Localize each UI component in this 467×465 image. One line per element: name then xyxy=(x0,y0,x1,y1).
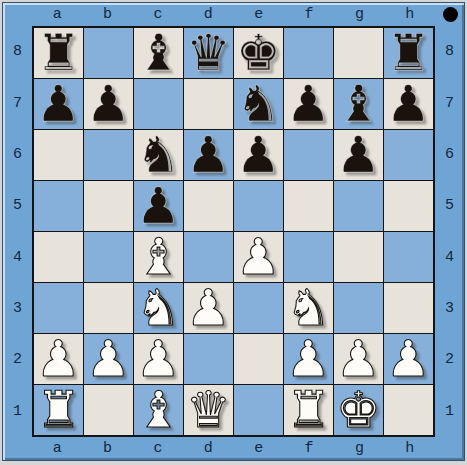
file-label-g: g xyxy=(334,3,384,26)
file-label-g: g xyxy=(334,437,384,460)
rank-labels-left: 87654321 xyxy=(3,26,32,437)
rank-label-1: 1 xyxy=(435,386,464,437)
black-pawn-d6[interactable]: ♟ xyxy=(186,130,231,180)
chess-board: ♜♝♛♚♜♟♟♞♟♝♟♞♟♟♟♟♝♟♞♟♞♟♟♟♟♟♟♜♝♛♜♚ xyxy=(32,26,435,437)
white-knight-f3[interactable]: ♞ xyxy=(286,283,331,333)
white-pawn-d3[interactable]: ♟ xyxy=(186,283,231,333)
black-bishop-g7[interactable]: ♝ xyxy=(336,79,381,129)
rank-labels-right: 87654321 xyxy=(435,26,464,437)
white-king-g1[interactable]: ♚ xyxy=(336,385,381,435)
rank-label-5: 5 xyxy=(435,180,464,231)
top-left-corner xyxy=(3,3,32,26)
square-b3[interactable] xyxy=(84,283,133,333)
white-knight-c3[interactable]: ♞ xyxy=(136,283,181,333)
square-b7[interactable]: ♟ xyxy=(84,79,133,129)
black-pawn-g6[interactable]: ♟ xyxy=(336,130,381,180)
square-d8[interactable]: ♛ xyxy=(184,28,233,78)
square-h6[interactable] xyxy=(384,130,433,180)
white-pawn-a2[interactable]: ♟ xyxy=(36,334,81,384)
rank-label-3: 3 xyxy=(435,283,464,334)
file-label-f: f xyxy=(284,437,334,460)
square-h5[interactable] xyxy=(384,181,433,231)
file-label-b: b xyxy=(82,3,132,26)
white-pawn-e4[interactable]: ♟ xyxy=(236,232,281,282)
square-h2[interactable]: ♟ xyxy=(384,334,433,384)
rank-label-8: 8 xyxy=(435,26,464,77)
file-label-e: e xyxy=(234,437,284,460)
square-e7[interactable]: ♞ xyxy=(234,79,283,129)
white-rook-a1[interactable]: ♜ xyxy=(36,385,81,435)
square-b1[interactable] xyxy=(84,385,133,435)
square-c3[interactable]: ♞ xyxy=(134,283,183,333)
black-pawn-h7[interactable]: ♟ xyxy=(386,79,431,129)
top-right-corner xyxy=(435,3,464,26)
black-to-move-indicator-dot xyxy=(443,7,458,22)
black-pawn-e6[interactable]: ♟ xyxy=(236,130,281,180)
square-f4[interactable] xyxy=(284,232,333,282)
black-pawn-c5[interactable]: ♟ xyxy=(136,181,181,231)
file-label-b: b xyxy=(82,437,132,460)
square-e2[interactable] xyxy=(234,334,283,384)
square-b5[interactable] xyxy=(84,181,133,231)
square-a3[interactable] xyxy=(34,283,83,333)
file-labels-top: abcdefgh xyxy=(32,3,435,26)
file-label-c: c xyxy=(133,437,183,460)
rank-label-4: 4 xyxy=(3,232,32,283)
black-knight-e7[interactable]: ♞ xyxy=(236,79,281,129)
black-pawn-f7[interactable]: ♟ xyxy=(286,79,331,129)
square-a6[interactable] xyxy=(34,130,83,180)
square-c8[interactable]: ♝ xyxy=(134,28,183,78)
file-label-h: h xyxy=(385,437,435,460)
square-b4[interactable] xyxy=(84,232,133,282)
square-d2[interactable] xyxy=(184,334,233,384)
white-pawn-b2[interactable]: ♟ xyxy=(86,334,131,384)
black-rook-a8[interactable]: ♜ xyxy=(36,28,81,78)
bottom-right-corner xyxy=(435,437,464,460)
rank-label-8: 8 xyxy=(3,26,32,77)
black-king-e8[interactable]: ♚ xyxy=(236,28,281,78)
rank-label-6: 6 xyxy=(435,129,464,180)
white-bishop-c1[interactable]: ♝ xyxy=(136,385,181,435)
black-rook-h8[interactable]: ♜ xyxy=(386,28,431,78)
file-label-h: h xyxy=(385,3,435,26)
file-label-a: a xyxy=(32,3,82,26)
file-labels-bottom: abcdefgh xyxy=(32,437,435,460)
square-e1[interactable] xyxy=(234,385,283,435)
square-b8[interactable] xyxy=(84,28,133,78)
square-a1[interactable]: ♜ xyxy=(34,385,83,435)
file-label-d: d xyxy=(183,437,233,460)
square-f7[interactable]: ♟ xyxy=(284,79,333,129)
square-a7[interactable]: ♟ xyxy=(34,79,83,129)
square-f8[interactable] xyxy=(284,28,333,78)
rank-label-7: 7 xyxy=(3,77,32,128)
white-pawn-g2[interactable]: ♟ xyxy=(336,334,381,384)
black-bishop-c8[interactable]: ♝ xyxy=(136,28,181,78)
white-pawn-f2[interactable]: ♟ xyxy=(286,334,331,384)
rank-label-1: 1 xyxy=(3,386,32,437)
file-label-a: a xyxy=(32,437,82,460)
white-rook-f1[interactable]: ♜ xyxy=(286,385,331,435)
square-e6[interactable]: ♟ xyxy=(234,130,283,180)
file-label-c: c xyxy=(133,3,183,26)
square-g2[interactable]: ♟ xyxy=(334,334,383,384)
square-f3[interactable]: ♞ xyxy=(284,283,333,333)
square-a8[interactable]: ♜ xyxy=(34,28,83,78)
file-label-f: f xyxy=(284,3,334,26)
square-f1[interactable]: ♜ xyxy=(284,385,333,435)
rank-label-7: 7 xyxy=(435,77,464,128)
square-e3[interactable] xyxy=(234,283,283,333)
file-label-e: e xyxy=(234,3,284,26)
square-f6[interactable] xyxy=(284,130,333,180)
square-h1[interactable] xyxy=(384,385,433,435)
black-knight-c6[interactable]: ♞ xyxy=(136,130,181,180)
square-g5[interactable] xyxy=(334,181,383,231)
bottom-left-corner xyxy=(3,437,32,460)
square-h3[interactable] xyxy=(384,283,433,333)
square-h7[interactable]: ♟ xyxy=(384,79,433,129)
square-h4[interactable] xyxy=(384,232,433,282)
square-d5[interactable] xyxy=(184,181,233,231)
rank-label-4: 4 xyxy=(435,232,464,283)
square-c6[interactable]: ♞ xyxy=(134,130,183,180)
square-g6[interactable]: ♟ xyxy=(334,130,383,180)
square-b2[interactable]: ♟ xyxy=(84,334,133,384)
square-a2[interactable]: ♟ xyxy=(34,334,83,384)
square-g4[interactable] xyxy=(334,232,383,282)
white-bishop-c4[interactable]: ♝ xyxy=(136,232,181,282)
square-h8[interactable]: ♜ xyxy=(384,28,433,78)
white-pawn-c2[interactable]: ♟ xyxy=(136,334,181,384)
rank-label-3: 3 xyxy=(3,283,32,334)
square-f2[interactable]: ♟ xyxy=(284,334,333,384)
square-g7[interactable]: ♝ xyxy=(334,79,383,129)
top-coordinate-band: abcdefgh xyxy=(3,3,464,26)
square-d6[interactable]: ♟ xyxy=(184,130,233,180)
square-e8[interactable]: ♚ xyxy=(234,28,283,78)
rank-label-2: 2 xyxy=(435,334,464,385)
square-c1[interactable]: ♝ xyxy=(134,385,183,435)
rank-label-2: 2 xyxy=(3,334,32,385)
square-d3[interactable]: ♟ xyxy=(184,283,233,333)
square-g3[interactable] xyxy=(334,283,383,333)
rank-label-5: 5 xyxy=(3,180,32,231)
square-b6[interactable] xyxy=(84,130,133,180)
square-d4[interactable] xyxy=(184,232,233,282)
bottom-coordinate-band: abcdefgh xyxy=(3,437,464,460)
square-a4[interactable] xyxy=(34,232,83,282)
file-label-d: d xyxy=(183,3,233,26)
square-d7[interactable] xyxy=(184,79,233,129)
square-g8[interactable] xyxy=(334,28,383,78)
square-c5[interactable]: ♟ xyxy=(134,181,183,231)
square-e5[interactable] xyxy=(234,181,283,231)
black-pawn-a7[interactable]: ♟ xyxy=(36,79,81,129)
square-e4[interactable]: ♟ xyxy=(234,232,283,282)
square-a5[interactable] xyxy=(34,181,83,231)
square-c4[interactable]: ♝ xyxy=(134,232,183,282)
square-d1[interactable]: ♛ xyxy=(184,385,233,435)
white-pawn-h2[interactable]: ♟ xyxy=(386,334,431,384)
square-c2[interactable]: ♟ xyxy=(134,334,183,384)
board-frame: abcdefgh 87654321 ♜♝♛♚♜♟♟♞♟♝♟♞♟♟♟♟♝♟♞♟♞♟… xyxy=(2,2,465,461)
white-queen-d1[interactable]: ♛ xyxy=(186,385,231,435)
black-pawn-b7[interactable]: ♟ xyxy=(86,79,131,129)
square-c7[interactable] xyxy=(134,79,183,129)
black-queen-d8[interactable]: ♛ xyxy=(186,28,231,78)
square-f5[interactable] xyxy=(284,181,333,231)
rank-label-6: 6 xyxy=(3,129,32,180)
square-g1[interactable]: ♚ xyxy=(334,385,383,435)
